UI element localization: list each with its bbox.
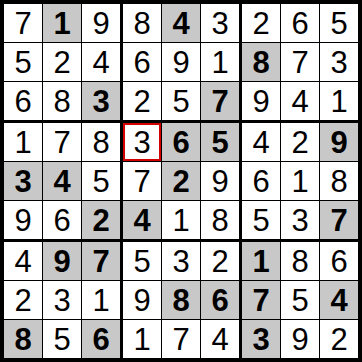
box-1: 719524683 <box>4 4 120 120</box>
cell-r2c2[interactable]: 2 <box>43 43 81 81</box>
cell-r9c6[interactable]: 4 <box>201 320 239 358</box>
cell-r4c3[interactable]: 8 <box>82 123 120 161</box>
cell-r8c3[interactable]: 1 <box>82 281 120 319</box>
cell-r1c4[interactable]: 8 <box>123 4 161 42</box>
cell-r6c4[interactable]: 4 <box>123 201 161 239</box>
cell-r4c6[interactable]: 5 <box>201 123 239 161</box>
cell-r9c3[interactable]: 6 <box>82 320 120 358</box>
cell-r3c9[interactable]: 1 <box>320 82 358 120</box>
cell-r8c8[interactable]: 5 <box>281 281 319 319</box>
cell-r3c5[interactable]: 5 <box>162 82 200 120</box>
cell-r2c1[interactable]: 5 <box>4 43 42 81</box>
box-2: 843691257 <box>123 4 239 120</box>
cell-r7c4[interactable]: 5 <box>123 242 161 280</box>
cell-r8c1[interactable]: 2 <box>4 281 42 319</box>
cell-r3c1[interactable]: 6 <box>4 82 42 120</box>
cell-r5c3[interactable]: 5 <box>82 162 120 200</box>
cell-r7c8[interactable]: 8 <box>281 242 319 280</box>
cell-r1c8[interactable]: 6 <box>281 4 319 42</box>
cell-r1c9[interactable]: 5 <box>320 4 358 42</box>
cell-r1c5[interactable]: 4 <box>162 4 200 42</box>
cell-r4c5[interactable]: 6 <box>162 123 200 161</box>
box-8: 532986174 <box>123 242 239 358</box>
cell-r4c7[interactable]: 4 <box>242 123 280 161</box>
cell-r3c4[interactable]: 2 <box>123 82 161 120</box>
cell-r5c5[interactable]: 2 <box>162 162 200 200</box>
sudoku-board: 719524683 843691257 265873941 178345962 … <box>0 0 362 362</box>
cell-r5c4[interactable]: 7 <box>123 162 161 200</box>
cell-r8c2[interactable]: 3 <box>43 281 81 319</box>
cell-r8c6[interactable]: 6 <box>201 281 239 319</box>
box-6: 429618537 <box>242 123 358 239</box>
cell-r4c1[interactable]: 1 <box>4 123 42 161</box>
cell-r3c2[interactable]: 8 <box>43 82 81 120</box>
cell-r2c4[interactable]: 6 <box>123 43 161 81</box>
cell-r5c9[interactable]: 8 <box>320 162 358 200</box>
cell-r1c6[interactable]: 3 <box>201 4 239 42</box>
cell-r8c9[interactable]: 4 <box>320 281 358 319</box>
cell-r8c4[interactable]: 9 <box>123 281 161 319</box>
cell-r5c2[interactable]: 4 <box>43 162 81 200</box>
cell-r6c8[interactable]: 3 <box>281 201 319 239</box>
cell-r8c5[interactable]: 8 <box>162 281 200 319</box>
box-7: 497231856 <box>4 242 120 358</box>
cell-r6c6[interactable]: 8 <box>201 201 239 239</box>
cell-r5c1[interactable]: 3 <box>4 162 42 200</box>
cell-r5c8[interactable]: 1 <box>281 162 319 200</box>
cell-r9c8[interactable]: 9 <box>281 320 319 358</box>
cell-r3c8[interactable]: 4 <box>281 82 319 120</box>
cell-r3c3[interactable]: 3 <box>82 82 120 120</box>
cell-r7c3[interactable]: 7 <box>82 242 120 280</box>
cell-r2c9[interactable]: 3 <box>320 43 358 81</box>
cell-r4c8[interactable]: 2 <box>281 123 319 161</box>
cell-r4c9[interactable]: 9 <box>320 123 358 161</box>
cell-r7c7[interactable]: 1 <box>242 242 280 280</box>
cell-r4c2[interactable]: 7 <box>43 123 81 161</box>
cell-r9c9[interactable]: 2 <box>320 320 358 358</box>
cell-r6c9[interactable]: 7 <box>320 201 358 239</box>
cell-r9c5[interactable]: 7 <box>162 320 200 358</box>
cell-r7c2[interactable]: 9 <box>43 242 81 280</box>
box-3: 265873941 <box>242 4 358 120</box>
cell-r7c5[interactable]: 3 <box>162 242 200 280</box>
cell-r1c1[interactable]: 7 <box>4 4 42 42</box>
cell-r2c6[interactable]: 1 <box>201 43 239 81</box>
cell-r2c5[interactable]: 9 <box>162 43 200 81</box>
cell-r2c8[interactable]: 7 <box>281 43 319 81</box>
cell-r1c7[interactable]: 2 <box>242 4 280 42</box>
cell-r2c7[interactable]: 8 <box>242 43 280 81</box>
cell-r9c4[interactable]: 1 <box>123 320 161 358</box>
cell-r4c4[interactable]: 3 <box>123 123 161 161</box>
cell-r8c7[interactable]: 7 <box>242 281 280 319</box>
box-5: 365729418 <box>123 123 239 239</box>
cell-r6c5[interactable]: 1 <box>162 201 200 239</box>
cell-r9c2[interactable]: 5 <box>43 320 81 358</box>
box-9: 186754392 <box>242 242 358 358</box>
cell-r1c3[interactable]: 9 <box>82 4 120 42</box>
cell-r9c7[interactable]: 3 <box>242 320 280 358</box>
cell-r6c2[interactable]: 6 <box>43 201 81 239</box>
cell-r6c7[interactable]: 5 <box>242 201 280 239</box>
cell-r2c3[interactable]: 4 <box>82 43 120 81</box>
cell-r1c2[interactable]: 1 <box>43 4 81 42</box>
box-4: 178345962 <box>4 123 120 239</box>
cell-r7c9[interactable]: 6 <box>320 242 358 280</box>
cell-r5c6[interactable]: 9 <box>201 162 239 200</box>
cell-r5c7[interactable]: 6 <box>242 162 280 200</box>
cell-r9c1[interactable]: 8 <box>4 320 42 358</box>
cell-r6c3[interactable]: 2 <box>82 201 120 239</box>
cell-r6c1[interactable]: 9 <box>4 201 42 239</box>
cell-r3c6[interactable]: 7 <box>201 82 239 120</box>
cell-r3c7[interactable]: 9 <box>242 82 280 120</box>
cell-r7c6[interactable]: 2 <box>201 242 239 280</box>
cell-r7c1[interactable]: 4 <box>4 242 42 280</box>
